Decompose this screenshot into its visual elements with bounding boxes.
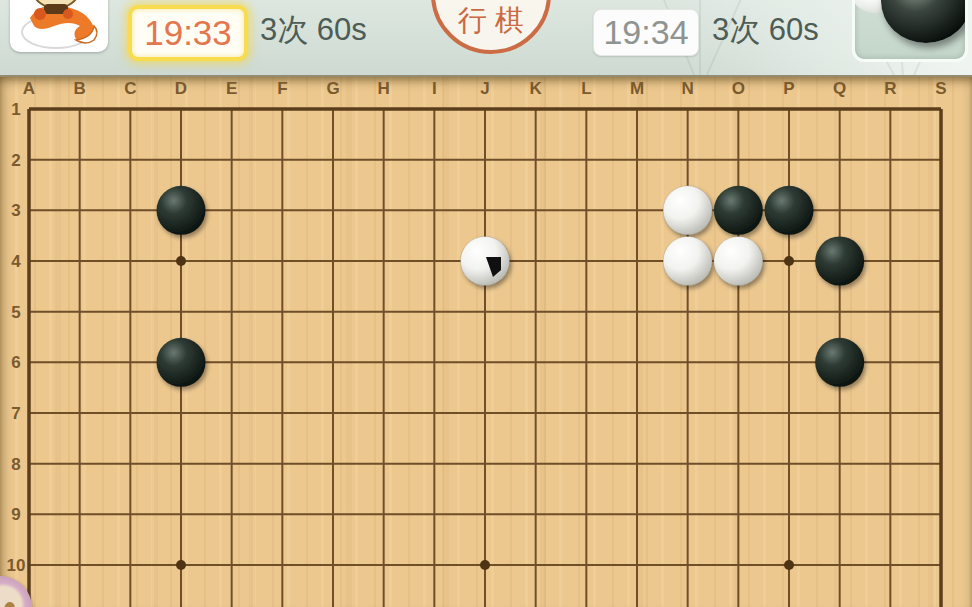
coord-label-col-Q: Q [833,79,846,98]
go-board-grid[interactable]: ABCDEFGHIJKLMNOPQRS12345678910 [0,77,972,607]
coord-label-col-M: M [630,79,644,98]
coord-label-col-E: E [226,79,237,98]
stone-black-Q6 [815,338,864,387]
coord-label-col-B: B [74,79,86,98]
coord-label-row-1: 1 [11,100,20,119]
coord-label-row-10: 10 [7,556,26,575]
top-bar: 19:33 3次 60s 黑方 行棋 19:34 3次 60s [0,0,972,75]
stone-black-P3 [765,186,814,235]
star-point-D4 [176,256,186,266]
coord-label-col-L: L [581,79,591,98]
coord-label-row-9: 9 [11,505,20,524]
coord-label-col-J: J [480,79,489,98]
go-board[interactable]: ABCDEFGHIJKLMNOPQRS12345678910 [0,75,972,607]
star-point-D10 [176,560,186,570]
stone-white-N4 [663,237,712,286]
coord-label-col-O: O [732,79,745,98]
coord-label-row-3: 3 [11,201,20,220]
coord-label-row-8: 8 [11,455,20,474]
coord-label-row-5: 5 [11,303,20,322]
stone-black-O3 [714,186,763,235]
turn-stamp-line2: 行棋 [450,1,532,41]
left-clock-time: 19:33 [144,13,232,53]
right-player-clock: 19:34 [593,9,699,56]
left-player-clock: 19:33 [128,5,248,61]
coord-label-col-C: C [124,79,136,98]
star-point-P10 [784,560,794,570]
coord-label-row-4: 4 [11,252,21,271]
turn-stamp: 黑方 行棋 [431,0,551,54]
left-byoyomi-label: 3次 60s [260,4,367,56]
stone-white-O4 [714,237,763,286]
left-player-avatar[interactable] [10,0,108,52]
black-stone-icon [881,0,968,43]
coord-label-row-7: 7 [11,404,20,423]
coord-label-col-P: P [783,79,794,98]
stone-white-N3 [663,186,712,235]
coord-label-col-A: A [23,79,35,98]
stone-black-D6 [157,338,206,387]
coord-label-col-I: I [432,79,437,98]
fox-mascot-icon [10,0,108,52]
coord-label-col-G: G [326,79,339,98]
coord-label-col-D: D [175,79,187,98]
star-point-P4 [784,256,794,266]
right-player-avatar[interactable] [852,0,968,62]
coord-label-col-K: K [530,79,543,98]
coord-label-col-R: R [884,79,896,98]
stone-black-D3 [157,186,206,235]
coord-label-col-N: N [682,79,694,98]
coord-label-row-6: 6 [11,353,20,372]
coord-label-col-S: S [935,79,946,98]
stone-white-J4 [461,237,510,286]
stone-black-Q4 [815,237,864,286]
coord-label-col-F: F [277,79,287,98]
coord-label-row-2: 2 [11,151,20,170]
cutoff-button-glyph [2,601,16,607]
star-point-J10 [480,560,490,570]
right-byoyomi-label: 3次 60s [712,4,819,56]
coord-label-col-H: H [378,79,390,98]
right-clock-time: 19:34 [603,13,688,52]
